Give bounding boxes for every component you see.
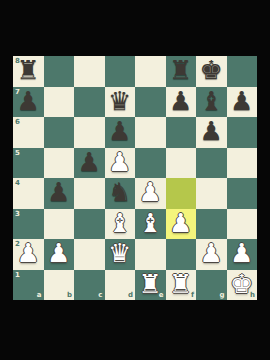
square-g8[interactable]: ♚ — [196, 56, 227, 87]
square-f4[interactable] — [166, 178, 197, 209]
square-h5[interactable] — [227, 148, 258, 179]
square-g2[interactable]: ♟ — [196, 239, 227, 270]
square-d2[interactable]: ♛ — [105, 239, 136, 270]
square-f5[interactable] — [166, 148, 197, 179]
piece-white-queen[interactable]: ♛ — [108, 238, 131, 269]
square-a7[interactable]: 7♟ — [13, 87, 44, 118]
file-label-g: g — [219, 291, 224, 299]
square-e4[interactable]: ♟ — [135, 178, 166, 209]
square-g3[interactable] — [196, 209, 227, 240]
square-c4[interactable] — [74, 178, 105, 209]
square-c7[interactable] — [74, 87, 105, 118]
square-a2[interactable]: 2♟ — [13, 239, 44, 270]
square-b6[interactable] — [44, 117, 75, 148]
square-g5[interactable] — [196, 148, 227, 179]
chess-board: 8♜♜♚7♟♛♟♝♟6♟♟5♟♟4♟♞♟3♝♝♟2♟♟♛♟♟1abcde♜f♜g… — [13, 56, 257, 300]
square-h3[interactable] — [227, 209, 258, 240]
square-c1[interactable]: c — [74, 270, 105, 301]
square-f1[interactable]: f♜ — [166, 270, 197, 301]
square-g4[interactable] — [196, 178, 227, 209]
square-e2[interactable] — [135, 239, 166, 270]
rank-label-5: 5 — [15, 149, 20, 157]
square-d4[interactable]: ♞ — [105, 178, 136, 209]
square-c5[interactable]: ♟ — [74, 148, 105, 179]
piece-white-bishop[interactable]: ♝ — [108, 208, 131, 239]
piece-white-bishop[interactable]: ♝ — [139, 208, 162, 239]
piece-white-pawn[interactable]: ♟ — [230, 238, 253, 269]
square-a5[interactable]: 5 — [13, 148, 44, 179]
square-a8[interactable]: 8♜ — [13, 56, 44, 87]
square-f2[interactable] — [166, 239, 197, 270]
piece-black-pawn[interactable]: ♟ — [17, 86, 40, 117]
square-h2[interactable]: ♟ — [227, 239, 258, 270]
square-g7[interactable]: ♝ — [196, 87, 227, 118]
square-a1[interactable]: 1a — [13, 270, 44, 301]
square-e7[interactable] — [135, 87, 166, 118]
app-background: { "game": "chess", "position": { "fen": … — [0, 0, 270, 360]
square-h4[interactable] — [227, 178, 258, 209]
square-c8[interactable] — [74, 56, 105, 87]
piece-white-pawn[interactable]: ♟ — [200, 238, 223, 269]
square-b8[interactable] — [44, 56, 75, 87]
piece-black-rook[interactable]: ♜ — [169, 55, 192, 86]
piece-black-pawn[interactable]: ♟ — [230, 86, 253, 117]
piece-black-pawn[interactable]: ♟ — [47, 177, 70, 208]
rank-label-3: 3 — [15, 210, 20, 218]
square-g6[interactable]: ♟ — [196, 117, 227, 148]
square-c6[interactable] — [74, 117, 105, 148]
square-e3[interactable]: ♝ — [135, 209, 166, 240]
square-c2[interactable] — [74, 239, 105, 270]
square-d7[interactable]: ♛ — [105, 87, 136, 118]
square-e1[interactable]: e♜ — [135, 270, 166, 301]
square-d5[interactable]: ♟ — [105, 148, 136, 179]
square-b2[interactable]: ♟ — [44, 239, 75, 270]
square-f3[interactable]: ♟ — [166, 209, 197, 240]
piece-black-bishop[interactable]: ♝ — [200, 86, 223, 117]
piece-white-pawn[interactable]: ♟ — [169, 208, 192, 239]
square-e5[interactable] — [135, 148, 166, 179]
file-label-d: d — [128, 291, 133, 299]
piece-black-knight[interactable]: ♞ — [108, 177, 131, 208]
file-label-b: b — [67, 291, 72, 299]
square-b4[interactable]: ♟ — [44, 178, 75, 209]
rank-label-6: 6 — [15, 118, 20, 126]
square-h8[interactable] — [227, 56, 258, 87]
square-a3[interactable]: 3 — [13, 209, 44, 240]
square-d6[interactable]: ♟ — [105, 117, 136, 148]
square-h7[interactable]: ♟ — [227, 87, 258, 118]
square-f6[interactable] — [166, 117, 197, 148]
square-b3[interactable] — [44, 209, 75, 240]
square-h6[interactable] — [227, 117, 258, 148]
square-d3[interactable]: ♝ — [105, 209, 136, 240]
file-label-c: c — [98, 291, 102, 299]
square-e6[interactable] — [135, 117, 166, 148]
piece-black-queen[interactable]: ♛ — [108, 86, 131, 117]
square-g1[interactable]: g — [196, 270, 227, 301]
piece-white-pawn[interactable]: ♟ — [139, 177, 162, 208]
piece-black-pawn[interactable]: ♟ — [108, 116, 131, 147]
piece-white-pawn[interactable]: ♟ — [108, 147, 131, 178]
piece-black-rook[interactable]: ♜ — [17, 55, 40, 86]
piece-white-king[interactable]: ♚ — [230, 269, 253, 300]
piece-black-king[interactable]: ♚ — [200, 55, 223, 86]
rank-label-4: 4 — [15, 179, 20, 187]
square-e8[interactable] — [135, 56, 166, 87]
piece-white-rook[interactable]: ♜ — [139, 269, 162, 300]
file-label-a: a — [37, 291, 42, 299]
piece-black-pawn[interactable]: ♟ — [169, 86, 192, 117]
piece-white-pawn[interactable]: ♟ — [17, 238, 40, 269]
square-b7[interactable] — [44, 87, 75, 118]
square-d8[interactable] — [105, 56, 136, 87]
square-d1[interactable]: d — [105, 270, 136, 301]
rank-label-1: 1 — [15, 271, 20, 279]
square-a6[interactable]: 6 — [13, 117, 44, 148]
square-b5[interactable] — [44, 148, 75, 179]
square-f8[interactable]: ♜ — [166, 56, 197, 87]
piece-black-pawn[interactable]: ♟ — [200, 116, 223, 147]
square-c3[interactable] — [74, 209, 105, 240]
square-a4[interactable]: 4 — [13, 178, 44, 209]
square-f7[interactable]: ♟ — [166, 87, 197, 118]
square-b1[interactable]: b — [44, 270, 75, 301]
square-h1[interactable]: h♚ — [227, 270, 258, 301]
piece-white-pawn[interactable]: ♟ — [47, 238, 70, 269]
piece-white-rook[interactable]: ♜ — [169, 269, 192, 300]
piece-black-pawn[interactable]: ♟ — [78, 147, 101, 178]
